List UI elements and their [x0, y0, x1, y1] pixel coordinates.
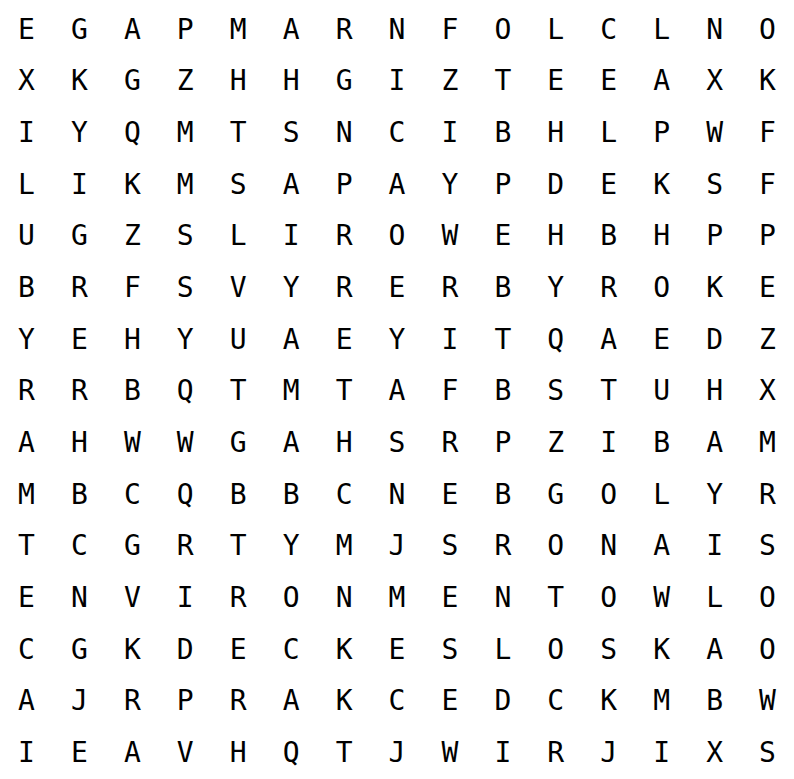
grid-cell[interactable]: R	[53, 366, 106, 418]
grid-cell[interactable]: R	[318, 211, 371, 263]
grid-cell[interactable]: C	[106, 469, 159, 521]
grid-cell[interactable]: N	[371, 469, 424, 521]
grid-cell[interactable]: X	[688, 727, 741, 779]
grid-cell[interactable]: T	[212, 366, 265, 418]
grid-cell[interactable]: H	[53, 417, 106, 469]
grid-cell[interactable]: G	[212, 417, 265, 469]
grid-cell[interactable]: P	[318, 159, 371, 211]
grid-cell[interactable]: T	[318, 727, 371, 779]
grid-cell[interactable]: O	[371, 211, 424, 263]
grid-cell[interactable]: G	[106, 521, 159, 573]
grid-cell[interactable]: K	[635, 159, 688, 211]
grid-cell[interactable]: M	[318, 521, 371, 573]
grid-cell[interactable]: N	[318, 107, 371, 159]
grid-cell[interactable]: P	[476, 159, 529, 211]
grid-cell[interactable]: R	[106, 676, 159, 728]
grid-cell[interactable]: L	[0, 159, 53, 211]
grid-cell[interactable]: H	[106, 314, 159, 366]
grid-cell[interactable]: E	[371, 262, 424, 314]
grid-cell[interactable]: B	[635, 417, 688, 469]
grid-cell[interactable]: O	[529, 624, 582, 676]
grid-cell[interactable]: B	[476, 107, 529, 159]
grid-cell[interactable]: V	[212, 262, 265, 314]
grid-cell[interactable]: N	[371, 4, 424, 56]
grid-cell[interactable]: E	[0, 572, 53, 624]
grid-cell[interactable]: T	[529, 572, 582, 624]
grid-cell[interactable]: Y	[265, 521, 318, 573]
grid-cell[interactable]: K	[741, 56, 794, 108]
grid-cell[interactable]: A	[688, 417, 741, 469]
grid-cell[interactable]: C	[0, 624, 53, 676]
grid-cell[interactable]: E	[371, 624, 424, 676]
grid-cell[interactable]: B	[582, 211, 635, 263]
grid-cell[interactable]: H	[688, 366, 741, 418]
grid-cell[interactable]: J	[371, 727, 424, 779]
grid-cell[interactable]: H	[265, 56, 318, 108]
grid-cell[interactable]: M	[159, 159, 212, 211]
grid-cell[interactable]: O	[582, 572, 635, 624]
grid-cell[interactable]: A	[265, 417, 318, 469]
grid-cell[interactable]: W	[741, 676, 794, 728]
grid-cell[interactable]: T	[0, 521, 53, 573]
grid-cell[interactable]: Q	[106, 107, 159, 159]
grid-cell[interactable]: H	[635, 211, 688, 263]
grid-cell[interactable]: B	[212, 469, 265, 521]
grid-cell[interactable]: P	[476, 417, 529, 469]
grid-cell[interactable]: R	[423, 262, 476, 314]
grid-cell[interactable]: Y	[53, 107, 106, 159]
grid-cell[interactable]: A	[0, 417, 53, 469]
grid-cell[interactable]: I	[159, 572, 212, 624]
grid-cell[interactable]: B	[476, 469, 529, 521]
grid-cell[interactable]: Y	[371, 314, 424, 366]
grid-cell[interactable]: W	[159, 417, 212, 469]
grid-cell[interactable]: A	[688, 624, 741, 676]
grid-cell[interactable]: U	[0, 211, 53, 263]
grid-cell[interactable]: E	[582, 159, 635, 211]
grid-cell[interactable]: S	[212, 159, 265, 211]
grid-cell[interactable]: A	[582, 314, 635, 366]
grid-cell[interactable]: L	[476, 624, 529, 676]
grid-cell[interactable]: Y	[0, 314, 53, 366]
grid-cell[interactable]: R	[582, 262, 635, 314]
grid-cell[interactable]: A	[265, 314, 318, 366]
grid-cell[interactable]: P	[159, 676, 212, 728]
grid-cell[interactable]: T	[212, 521, 265, 573]
grid-cell[interactable]: R	[53, 262, 106, 314]
grid-cell[interactable]: B	[476, 262, 529, 314]
grid-cell[interactable]: N	[318, 572, 371, 624]
grid-cell[interactable]: L	[688, 572, 741, 624]
grid-cell[interactable]: K	[582, 676, 635, 728]
grid-cell[interactable]: H	[318, 417, 371, 469]
grid-cell[interactable]: Q	[529, 314, 582, 366]
grid-cell[interactable]: D	[476, 676, 529, 728]
grid-cell[interactable]: R	[0, 366, 53, 418]
grid-cell[interactable]: E	[741, 262, 794, 314]
grid-cell[interactable]: F	[423, 366, 476, 418]
grid-cell[interactable]: L	[635, 469, 688, 521]
grid-cell[interactable]: F	[423, 4, 476, 56]
grid-cell[interactable]: Y	[688, 469, 741, 521]
grid-cell[interactable]: U	[212, 314, 265, 366]
grid-cell[interactable]: C	[582, 4, 635, 56]
grid-cell[interactable]: L	[635, 4, 688, 56]
grid-cell[interactable]: M	[371, 572, 424, 624]
grid-cell[interactable]: B	[265, 469, 318, 521]
grid-cell[interactable]: A	[371, 159, 424, 211]
grid-cell[interactable]: E	[318, 314, 371, 366]
grid-cell[interactable]: T	[476, 314, 529, 366]
grid-cell[interactable]: W	[688, 107, 741, 159]
grid-cell[interactable]: V	[159, 727, 212, 779]
grid-cell[interactable]: K	[318, 624, 371, 676]
grid-cell[interactable]: D	[688, 314, 741, 366]
grid-cell[interactable]: S	[529, 366, 582, 418]
grid-cell[interactable]: F	[106, 262, 159, 314]
grid-cell[interactable]: I	[0, 727, 53, 779]
grid-cell[interactable]: R	[423, 417, 476, 469]
grid-cell[interactable]: Z	[159, 56, 212, 108]
grid-cell[interactable]: D	[159, 624, 212, 676]
grid-cell[interactable]: E	[476, 211, 529, 263]
grid-cell[interactable]: B	[0, 262, 53, 314]
grid-cell[interactable]: O	[635, 262, 688, 314]
grid-cell[interactable]: I	[423, 314, 476, 366]
grid-cell[interactable]: L	[529, 4, 582, 56]
grid-cell[interactable]: G	[53, 211, 106, 263]
grid-cell[interactable]: O	[476, 4, 529, 56]
grid-cell[interactable]: I	[423, 107, 476, 159]
grid-cell[interactable]: X	[688, 56, 741, 108]
grid-cell[interactable]: M	[635, 676, 688, 728]
grid-cell[interactable]: I	[582, 417, 635, 469]
grid-cell[interactable]: K	[635, 624, 688, 676]
grid-cell[interactable]: W	[423, 211, 476, 263]
grid-cell[interactable]: Q	[265, 727, 318, 779]
grid-cell[interactable]: L	[212, 211, 265, 263]
grid-cell[interactable]: E	[423, 676, 476, 728]
grid-cell[interactable]: A	[635, 56, 688, 108]
grid-cell[interactable]: G	[318, 56, 371, 108]
grid-cell[interactable]: E	[53, 314, 106, 366]
grid-cell[interactable]: K	[106, 624, 159, 676]
grid-cell[interactable]: C	[371, 107, 424, 159]
grid-cell[interactable]: R	[318, 4, 371, 56]
grid-cell[interactable]: Y	[423, 159, 476, 211]
grid-cell[interactable]: R	[318, 262, 371, 314]
grid-cell[interactable]: P	[741, 211, 794, 263]
grid-cell[interactable]: J	[582, 727, 635, 779]
grid-cell[interactable]: C	[371, 676, 424, 728]
grid-cell[interactable]: K	[688, 262, 741, 314]
grid-cell[interactable]: M	[159, 107, 212, 159]
grid-cell[interactable]: S	[159, 211, 212, 263]
grid-cell[interactable]: C	[265, 624, 318, 676]
grid-cell[interactable]: S	[423, 521, 476, 573]
grid-cell[interactable]: R	[741, 469, 794, 521]
grid-cell[interactable]: R	[212, 676, 265, 728]
grid-cell[interactable]: Z	[423, 56, 476, 108]
grid-cell[interactable]: J	[371, 521, 424, 573]
grid-cell[interactable]: A	[265, 159, 318, 211]
grid-cell[interactable]: E	[423, 572, 476, 624]
grid-cell[interactable]: Q	[159, 366, 212, 418]
grid-cell[interactable]: U	[635, 366, 688, 418]
grid-cell[interactable]: D	[529, 159, 582, 211]
grid-cell[interactable]: H	[212, 727, 265, 779]
grid-cell[interactable]: E	[0, 4, 53, 56]
grid-cell[interactable]: M	[265, 366, 318, 418]
grid-cell[interactable]: Q	[159, 469, 212, 521]
grid-cell[interactable]: G	[106, 56, 159, 108]
grid-cell[interactable]: E	[53, 727, 106, 779]
grid-cell[interactable]: N	[476, 572, 529, 624]
grid-cell[interactable]: R	[476, 521, 529, 573]
grid-cell[interactable]: S	[371, 417, 424, 469]
grid-cell[interactable]: I	[476, 727, 529, 779]
grid-cell[interactable]: B	[53, 469, 106, 521]
grid-cell[interactable]: K	[53, 56, 106, 108]
grid-cell[interactable]: E	[529, 56, 582, 108]
grid-cell[interactable]: M	[0, 469, 53, 521]
grid-cell[interactable]: C	[53, 521, 106, 573]
grid-cell[interactable]: G	[529, 469, 582, 521]
grid-cell[interactable]: W	[106, 417, 159, 469]
grid-cell[interactable]: H	[529, 211, 582, 263]
grid-cell[interactable]: P	[635, 107, 688, 159]
grid-cell[interactable]: Z	[106, 211, 159, 263]
grid-cell[interactable]: N	[582, 521, 635, 573]
grid-cell[interactable]: O	[265, 572, 318, 624]
grid-cell[interactable]: S	[741, 727, 794, 779]
grid-cell[interactable]: Z	[529, 417, 582, 469]
grid-cell[interactable]: Y	[265, 262, 318, 314]
grid-cell[interactable]: K	[318, 676, 371, 728]
grid-cell[interactable]: O	[529, 521, 582, 573]
grid-cell[interactable]: Z	[741, 314, 794, 366]
grid-cell[interactable]: I	[0, 107, 53, 159]
grid-cell[interactable]: A	[371, 366, 424, 418]
grid-cell[interactable]: E	[212, 624, 265, 676]
grid-cell[interactable]: T	[582, 366, 635, 418]
grid-cell[interactable]: S	[423, 624, 476, 676]
grid-cell[interactable]: R	[529, 727, 582, 779]
grid-cell[interactable]: X	[741, 366, 794, 418]
grid-cell[interactable]: O	[741, 624, 794, 676]
grid-cell[interactable]: F	[741, 107, 794, 159]
grid-cell[interactable]: G	[53, 4, 106, 56]
grid-cell[interactable]: A	[106, 4, 159, 56]
word-search-grid: EGAPMARNFOLCLNOXKGZHHGIZTEEAXKIYQMTSNCIB…	[0, 0, 794, 779]
grid-cell[interactable]: R	[159, 521, 212, 573]
grid-cell[interactable]: I	[635, 727, 688, 779]
grid-cell[interactable]: A	[106, 727, 159, 779]
grid-cell[interactable]: S	[265, 107, 318, 159]
grid-cell[interactable]: T	[318, 366, 371, 418]
grid-cell[interactable]: T	[212, 107, 265, 159]
grid-cell[interactable]: S	[159, 262, 212, 314]
grid-cell[interactable]: F	[741, 159, 794, 211]
grid-cell[interactable]: A	[265, 676, 318, 728]
grid-cell[interactable]: A	[635, 521, 688, 573]
grid-cell[interactable]: M	[212, 4, 265, 56]
grid-cell[interactable]: T	[476, 56, 529, 108]
grid-cell[interactable]: O	[741, 572, 794, 624]
grid-cell[interactable]: Y	[529, 262, 582, 314]
grid-cell[interactable]: V	[106, 572, 159, 624]
grid-cell[interactable]: S	[688, 159, 741, 211]
grid-cell[interactable]: H	[212, 56, 265, 108]
grid-cell[interactable]: X	[0, 56, 53, 108]
grid-cell[interactable]: A	[265, 4, 318, 56]
grid-cell[interactable]: I	[265, 211, 318, 263]
grid-cell[interactable]: C	[529, 676, 582, 728]
grid-cell[interactable]: W	[635, 572, 688, 624]
grid-cell[interactable]: B	[476, 366, 529, 418]
grid-cell[interactable]: H	[529, 107, 582, 159]
grid-cell[interactable]: S	[741, 521, 794, 573]
grid-cell[interactable]: N	[688, 4, 741, 56]
grid-cell[interactable]: L	[582, 107, 635, 159]
grid-cell[interactable]: J	[53, 676, 106, 728]
grid-cell[interactable]: P	[688, 211, 741, 263]
grid-cell[interactable]: E	[423, 469, 476, 521]
grid-cell[interactable]: C	[318, 469, 371, 521]
grid-cell[interactable]: S	[582, 624, 635, 676]
grid-cell[interactable]: B	[688, 676, 741, 728]
grid-cell[interactable]: I	[688, 521, 741, 573]
grid-cell[interactable]: P	[159, 4, 212, 56]
grid-cell[interactable]: O	[741, 4, 794, 56]
grid-cell[interactable]: K	[106, 159, 159, 211]
grid-cell[interactable]: G	[53, 624, 106, 676]
grid-cell[interactable]: W	[423, 727, 476, 779]
grid-cell[interactable]: I	[371, 56, 424, 108]
grid-cell[interactable]: Y	[159, 314, 212, 366]
grid-cell[interactable]: A	[0, 676, 53, 728]
grid-cell[interactable]: O	[582, 469, 635, 521]
grid-cell[interactable]: I	[53, 159, 106, 211]
grid-cell[interactable]: N	[53, 572, 106, 624]
grid-cell[interactable]: M	[741, 417, 794, 469]
grid-cell[interactable]: B	[106, 366, 159, 418]
grid-cell[interactable]: E	[635, 314, 688, 366]
grid-cell[interactable]: E	[582, 56, 635, 108]
grid-cell[interactable]: R	[212, 572, 265, 624]
